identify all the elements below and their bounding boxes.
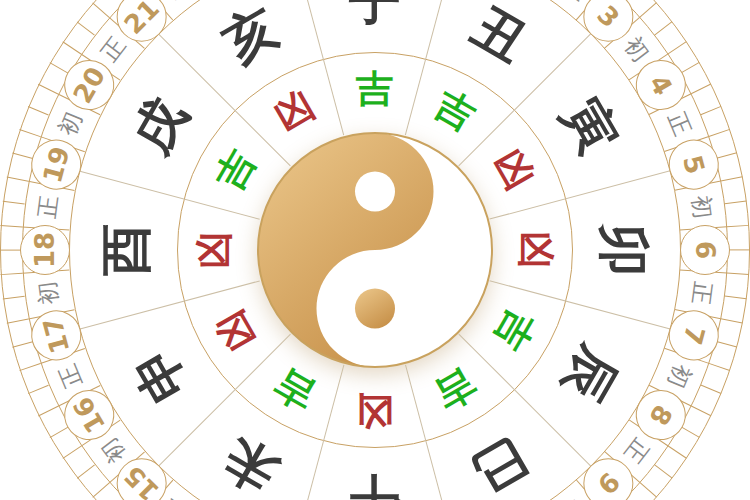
hour-number-circle: 6 (680, 225, 730, 275)
hour-number: 3 (593, 1, 624, 32)
hour-number: 19 (39, 144, 73, 186)
luck-label-卯: 凶 (506, 220, 566, 280)
hour-number: 17 (39, 315, 73, 357)
hour-number: 7 (679, 323, 709, 347)
hour-number: 4 (645, 71, 677, 100)
yin-gold-dot (355, 289, 395, 329)
branch-label-酉: 酉 (90, 214, 162, 286)
half-hour-label: 初 (25, 271, 70, 316)
branch-label-午: 午 (339, 463, 411, 500)
branch-label-卯: 卯 (588, 214, 660, 286)
hour-number: 15 (120, 461, 164, 500)
hour-number: 20 (69, 63, 110, 107)
hour-number: 21 (120, 0, 164, 39)
half-hour-label: 初 (680, 184, 725, 229)
quarter-tick (728, 249, 750, 250)
hour-number: 16 (69, 393, 110, 437)
luck-label-酉: 凶 (184, 220, 244, 280)
hour-number-circle: 18 (20, 225, 70, 275)
yin-yang-symbol (256, 131, 494, 369)
hour-number: 18 (32, 232, 58, 268)
luck-label-午: 凶 (345, 381, 405, 441)
hour-number: 6 (692, 241, 718, 259)
yang-white-dot (355, 172, 395, 212)
branch-label-子: 子 (339, 0, 411, 37)
hour-number: 9 (593, 468, 624, 499)
luck-label-子: 吉 (345, 59, 405, 119)
hour-number: 8 (645, 401, 677, 430)
zodiac-luck-wheel-image: 吉子吉丑凶寅凶卯吉辰吉巳凶午吉未凶申凶酉吉戌凶亥初正初正初正初正初正初正初正初正… (0, 0, 750, 500)
quarter-tick (0, 249, 22, 250)
half-hour-label: 正 (25, 184, 70, 229)
hour-number: 5 (679, 152, 709, 176)
half-hour-label: 正 (680, 271, 725, 316)
